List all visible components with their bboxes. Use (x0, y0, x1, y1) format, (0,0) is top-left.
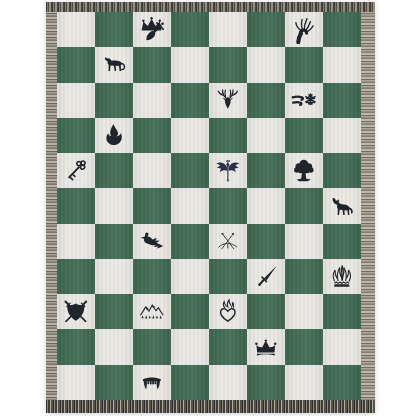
board-cell (57, 153, 95, 188)
wind-snowflake-icon (289, 86, 319, 115)
board-cell (171, 188, 209, 223)
board-cell (57, 118, 95, 153)
board-cell (171, 365, 209, 400)
board-cell (95, 224, 133, 259)
board-cell (57, 47, 95, 82)
board-cell (95, 365, 133, 400)
board-cell (285, 118, 323, 153)
board-cell (247, 259, 285, 294)
board-cell (171, 224, 209, 259)
board-cell (209, 118, 247, 153)
dagger-icon (251, 262, 281, 291)
board-cell (323, 294, 361, 329)
stag-icon (213, 86, 243, 115)
board-cell (285, 224, 323, 259)
board-cell (209, 365, 247, 400)
board-cell (323, 224, 361, 259)
board-cell (95, 188, 133, 223)
board-cell (95, 118, 133, 153)
board-cell (247, 224, 285, 259)
board-cell (323, 12, 361, 47)
board-cell (285, 153, 323, 188)
board-cell (323, 153, 361, 188)
woven-blanket (46, 2, 375, 413)
board-cell (171, 47, 209, 82)
board-cell (247, 365, 285, 400)
board-cell (133, 153, 171, 188)
fringe-bottom (46, 400, 375, 413)
board-cell (323, 83, 361, 118)
flaming-heart-icon (213, 297, 243, 326)
board-cell (247, 329, 285, 364)
board-cell (133, 365, 171, 400)
board-cell (285, 188, 323, 223)
board-cell (285, 12, 323, 47)
board-cell (209, 47, 247, 82)
board-cell (247, 47, 285, 82)
eagle-icon (137, 227, 167, 256)
board-cell (171, 83, 209, 118)
board-cell (247, 83, 285, 118)
board-cell (95, 259, 133, 294)
board-cell (209, 224, 247, 259)
bow-arrows-icon (213, 227, 243, 256)
shield-swords-icon (61, 297, 91, 326)
board-cell (247, 294, 285, 329)
board-cell (133, 294, 171, 329)
board-cell (95, 12, 133, 47)
crown-icon (251, 333, 281, 362)
board-cell (209, 329, 247, 364)
dragon-icon (213, 156, 243, 185)
board-cell (171, 259, 209, 294)
board-cell (57, 365, 95, 400)
board-cell (209, 153, 247, 188)
board-cell (57, 224, 95, 259)
board-cell (171, 153, 209, 188)
checkerboard (57, 12, 361, 400)
fringe-left (46, 12, 57, 400)
board-cell (57, 329, 95, 364)
board-cell (133, 118, 171, 153)
board-cell (323, 188, 361, 223)
flame-icon (99, 121, 129, 150)
crown-sword-icon (137, 15, 167, 44)
board-cell (95, 153, 133, 188)
board-cell (57, 83, 95, 118)
board-cell (209, 294, 247, 329)
board-cell (133, 83, 171, 118)
board-cell (95, 83, 133, 118)
board-cell (133, 12, 171, 47)
board-cell (285, 47, 323, 82)
board-cell (133, 47, 171, 82)
fringe-top (46, 2, 375, 12)
board-cell (285, 83, 323, 118)
board-cell (209, 12, 247, 47)
board-cell (323, 329, 361, 364)
panther-icon (99, 50, 129, 79)
board-cell (57, 188, 95, 223)
board-cell (95, 47, 133, 82)
product-photo (0, 0, 416, 416)
board-cell (95, 294, 133, 329)
board-cell (323, 47, 361, 82)
board-cell (133, 259, 171, 294)
board-cell (285, 329, 323, 364)
tree-icon (289, 156, 319, 185)
board-cell (247, 188, 285, 223)
key-icon (61, 156, 91, 185)
wolf-icon (327, 192, 357, 221)
board-cell (285, 259, 323, 294)
board-cell (133, 329, 171, 364)
board-cell (209, 83, 247, 118)
board-cell (323, 365, 361, 400)
board-cell (323, 118, 361, 153)
board-cell (57, 294, 95, 329)
board-cell (247, 153, 285, 188)
board-cell (171, 118, 209, 153)
board-cell (209, 188, 247, 223)
board-cell (171, 12, 209, 47)
board-cell (95, 329, 133, 364)
board-cell (209, 259, 247, 294)
board-cell (285, 294, 323, 329)
board-cell (171, 294, 209, 329)
fringe-right (361, 12, 375, 400)
board-cell (247, 12, 285, 47)
fangs-icon (137, 368, 167, 397)
board-cell (171, 329, 209, 364)
board-cell (57, 12, 95, 47)
flame-crown-icon (327, 262, 357, 291)
hand-icon (289, 15, 319, 44)
mountains-icon (137, 297, 167, 326)
board-cell (247, 118, 285, 153)
board-cell (57, 259, 95, 294)
board-cell (133, 188, 171, 223)
board-cell (133, 224, 171, 259)
board-cell (323, 259, 361, 294)
board-cell (285, 365, 323, 400)
